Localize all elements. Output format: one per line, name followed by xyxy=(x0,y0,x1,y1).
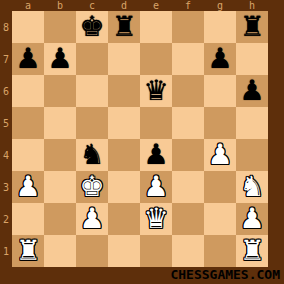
rank-label-3: 3 xyxy=(0,171,12,203)
rank-label-7: 7 xyxy=(0,43,12,75)
rank-labels: 87654321 xyxy=(0,11,12,267)
square-d1[interactable] xyxy=(108,235,140,267)
file-label-f: f xyxy=(172,0,204,11)
square-a3[interactable]: ♟ xyxy=(12,171,44,203)
piece-white-queen: ♛ xyxy=(140,203,172,235)
square-g2[interactable] xyxy=(204,203,236,235)
square-g5[interactable] xyxy=(204,107,236,139)
rank-label-6: 6 xyxy=(0,75,12,107)
square-f2[interactable] xyxy=(172,203,204,235)
square-b8[interactable] xyxy=(44,11,76,43)
piece-white-rook: ♜ xyxy=(236,235,268,267)
square-a5[interactable] xyxy=(12,107,44,139)
square-f8[interactable] xyxy=(172,11,204,43)
square-e6[interactable]: ♛ xyxy=(140,75,172,107)
square-e5[interactable] xyxy=(140,107,172,139)
square-a6[interactable] xyxy=(12,75,44,107)
square-f6[interactable] xyxy=(172,75,204,107)
square-c6[interactable] xyxy=(76,75,108,107)
square-h7[interactable] xyxy=(236,43,268,75)
square-f4[interactable] xyxy=(172,139,204,171)
square-c5[interactable] xyxy=(76,107,108,139)
square-g8[interactable] xyxy=(204,11,236,43)
piece-black-king: ♚ xyxy=(76,11,108,43)
piece-white-pawn: ♟ xyxy=(12,171,44,203)
square-f3[interactable] xyxy=(172,171,204,203)
square-a4[interactable] xyxy=(12,139,44,171)
square-f5[interactable] xyxy=(172,107,204,139)
square-g4[interactable]: ♟ xyxy=(204,139,236,171)
square-d4[interactable] xyxy=(108,139,140,171)
square-h3[interactable]: ♞ xyxy=(236,171,268,203)
piece-black-knight: ♞ xyxy=(76,139,108,171)
piece-white-pawn: ♟ xyxy=(76,203,108,235)
piece-black-pawn: ♟ xyxy=(204,43,236,75)
file-label-g: g xyxy=(204,0,236,11)
square-h1[interactable]: ♜ xyxy=(236,235,268,267)
file-label-e: e xyxy=(140,0,172,11)
piece-white-pawn: ♟ xyxy=(204,139,236,171)
chess-diagram: abcdefgh 87654321 ♚♜♜♟♟♟♛♟♞♟♟♟♚♟♞♟♛♟♜♜ C… xyxy=(0,0,284,284)
square-h6[interactable]: ♟ xyxy=(236,75,268,107)
square-c8[interactable]: ♚ xyxy=(76,11,108,43)
square-c1[interactable] xyxy=(76,235,108,267)
square-f1[interactable] xyxy=(172,235,204,267)
file-labels: abcdefgh xyxy=(12,0,268,11)
piece-white-knight: ♞ xyxy=(236,171,268,203)
piece-white-king: ♚ xyxy=(76,171,108,203)
piece-black-rook: ♜ xyxy=(236,11,268,43)
piece-black-rook: ♜ xyxy=(108,11,140,43)
square-e1[interactable] xyxy=(140,235,172,267)
rank-label-1: 1 xyxy=(0,235,12,267)
chess-board: ♚♜♜♟♟♟♛♟♞♟♟♟♚♟♞♟♛♟♜♜ xyxy=(12,11,268,267)
file-label-b: b xyxy=(44,0,76,11)
square-g6[interactable] xyxy=(204,75,236,107)
square-b3[interactable] xyxy=(44,171,76,203)
square-a1[interactable]: ♜ xyxy=(12,235,44,267)
rank-label-4: 4 xyxy=(0,139,12,171)
piece-black-pawn: ♟ xyxy=(12,43,44,75)
square-b5[interactable] xyxy=(44,107,76,139)
square-d5[interactable] xyxy=(108,107,140,139)
piece-black-pawn: ♟ xyxy=(140,139,172,171)
piece-white-pawn: ♟ xyxy=(140,171,172,203)
square-g3[interactable] xyxy=(204,171,236,203)
square-d2[interactable] xyxy=(108,203,140,235)
square-e4[interactable]: ♟ xyxy=(140,139,172,171)
square-b2[interactable] xyxy=(44,203,76,235)
square-h4[interactable] xyxy=(236,139,268,171)
rank-label-5: 5 xyxy=(0,107,12,139)
square-e7[interactable] xyxy=(140,43,172,75)
square-a7[interactable]: ♟ xyxy=(12,43,44,75)
square-b1[interactable] xyxy=(44,235,76,267)
square-d6[interactable] xyxy=(108,75,140,107)
piece-black-queen: ♛ xyxy=(140,75,172,107)
square-g7[interactable]: ♟ xyxy=(204,43,236,75)
piece-black-pawn: ♟ xyxy=(236,75,268,107)
piece-white-rook: ♜ xyxy=(12,235,44,267)
square-c3[interactable]: ♚ xyxy=(76,171,108,203)
piece-white-pawn: ♟ xyxy=(236,203,268,235)
square-c7[interactable] xyxy=(76,43,108,75)
square-a2[interactable] xyxy=(12,203,44,235)
square-c2[interactable]: ♟ xyxy=(76,203,108,235)
square-f7[interactable] xyxy=(172,43,204,75)
square-c4[interactable]: ♞ xyxy=(76,139,108,171)
square-b4[interactable] xyxy=(44,139,76,171)
square-h5[interactable] xyxy=(236,107,268,139)
square-b6[interactable] xyxy=(44,75,76,107)
piece-black-pawn: ♟ xyxy=(44,43,76,75)
square-h8[interactable]: ♜ xyxy=(236,11,268,43)
square-a8[interactable] xyxy=(12,11,44,43)
square-h2[interactable]: ♟ xyxy=(236,203,268,235)
watermark-text: CHESSGAMES.COM xyxy=(170,267,280,282)
square-d8[interactable]: ♜ xyxy=(108,11,140,43)
square-b7[interactable]: ♟ xyxy=(44,43,76,75)
rank-label-8: 8 xyxy=(0,11,12,43)
square-e3[interactable]: ♟ xyxy=(140,171,172,203)
square-e2[interactable]: ♛ xyxy=(140,203,172,235)
square-d3[interactable] xyxy=(108,171,140,203)
square-d7[interactable] xyxy=(108,43,140,75)
square-g1[interactable] xyxy=(204,235,236,267)
rank-label-2: 2 xyxy=(0,203,12,235)
file-label-a: a xyxy=(12,0,44,11)
square-e8[interactable] xyxy=(140,11,172,43)
